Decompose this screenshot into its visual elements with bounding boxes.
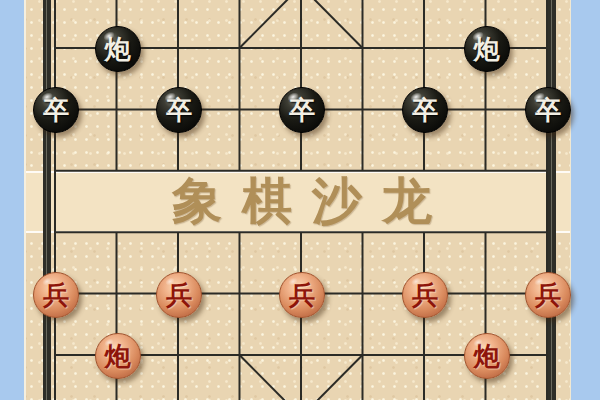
piece-glyph: 卒 <box>535 97 561 123</box>
piece-glyph: 卒 <box>289 97 315 123</box>
piece-glyph: 兵 <box>289 282 315 308</box>
piece-red-soldier[interactable]: 兵 <box>525 272 571 318</box>
piece-glyph: 兵 <box>412 282 438 308</box>
piece-red-soldier[interactable]: 兵 <box>402 272 448 318</box>
piece-glyph: 炮 <box>474 36 500 62</box>
piece-red-cannon[interactable]: 炮 <box>95 333 141 379</box>
piece-glyph: 炮 <box>474 343 500 369</box>
piece-black-cannon[interactable]: 炮 <box>464 26 510 72</box>
piece-red-soldier[interactable]: 兵 <box>279 272 325 318</box>
piece-glyph: 卒 <box>412 97 438 123</box>
piece-glyph: 炮 <box>105 343 131 369</box>
piece-glyph: 卒 <box>166 97 192 123</box>
piece-black-cannon[interactable]: 炮 <box>95 26 141 72</box>
piece-red-soldier[interactable]: 兵 <box>156 272 202 318</box>
piece-glyph: 兵 <box>166 282 192 308</box>
screen: 象 棋 沙 龙 炮炮卒卒卒卒卒兵兵兵兵兵炮炮 <box>0 0 600 400</box>
piece-glyph: 卒 <box>43 97 69 123</box>
piece-red-cannon[interactable]: 炮 <box>464 333 510 379</box>
piece-red-soldier[interactable]: 兵 <box>33 272 79 318</box>
piece-glyph: 炮 <box>105 36 131 62</box>
xiangqi-board: 象 棋 沙 龙 炮炮卒卒卒卒卒兵兵兵兵兵炮炮 <box>24 0 571 400</box>
piece-glyph: 兵 <box>43 282 69 308</box>
piece-glyph: 兵 <box>535 282 561 308</box>
